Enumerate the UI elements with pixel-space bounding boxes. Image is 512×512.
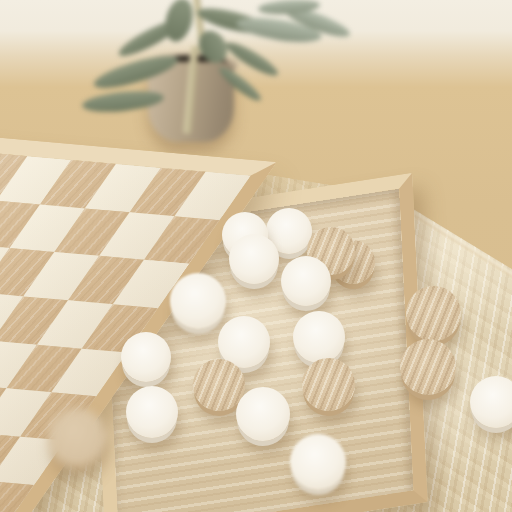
photo-checkers-scene [0,0,512,512]
checker-piece-wood-13[interactable] [400,339,456,395]
checker-piece-white-6[interactable] [229,234,279,284]
checker-piece-wood-14[interactable] [302,358,355,411]
checker-piece-white-8[interactable] [170,273,226,329]
checker-piece-wood-20[interactable] [48,408,106,466]
checker-piece-wood-9[interactable] [406,286,461,341]
checker-piece-white-19[interactable] [290,434,346,490]
board-square-7-8[interactable] [0,481,34,512]
checker-piece-white-12[interactable] [121,332,171,382]
checker-piece-white-17[interactable] [126,386,178,438]
checker-piece-white-18[interactable] [236,387,290,441]
plant-leaf [161,0,197,44]
checker-piece-white-7[interactable] [281,256,331,306]
checker-piece-white-10[interactable] [293,311,345,363]
